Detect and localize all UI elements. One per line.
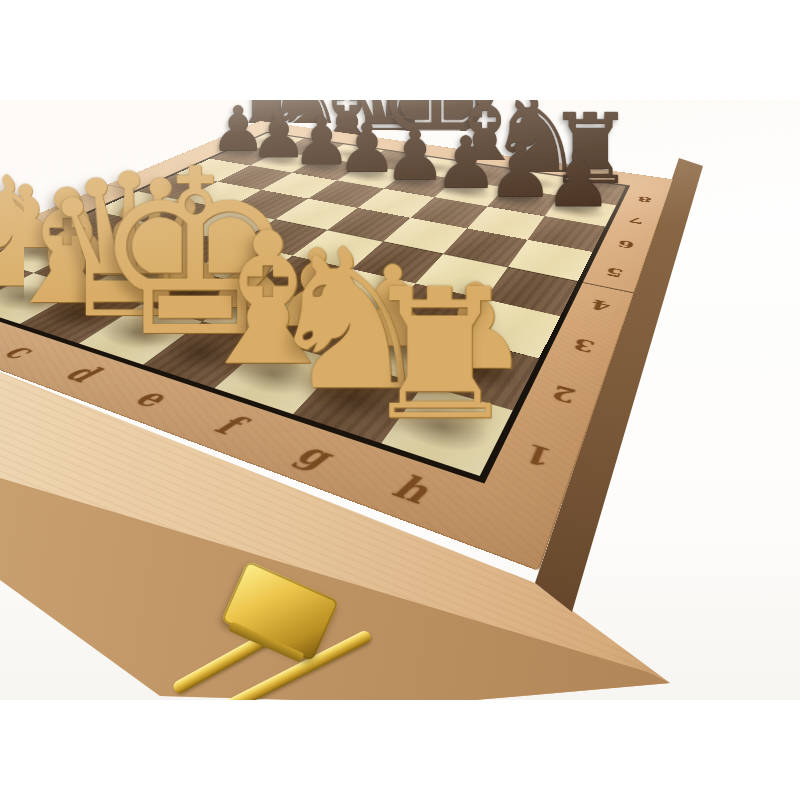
white-pawn: ♟ [0, 176, 65, 258]
rank-label-5: 5 [598, 263, 631, 282]
brass-handle-bar [171, 598, 333, 696]
brass-latch [221, 561, 339, 662]
rank-label-2: 2 [541, 377, 587, 410]
file-label-g: g [281, 433, 346, 478]
black-rook: ♜ [231, 100, 302, 145]
black-pawn: ♟ [210, 100, 265, 158]
file-label-f: f [196, 405, 260, 445]
file-label-h: h [378, 464, 444, 515]
square-g3 [383, 283, 485, 337]
rank-label-3: 3 [564, 331, 605, 358]
board-border-line: ♜♞♝♛♚♝♞♜♟♟♟♟♟♟♟♟♟♟♟♟♟♟♟♟♜♞♝♛♚♝♞♜ [0, 132, 630, 484]
piece-shadow [0, 237, 77, 268]
board-frame: ♜♞♝♛♚♝♞♜♟♟♟♟♟♟♟♟♟♟♟♟♟♟♟♟♜♞♝♛♚♝♞♜ abcdefg… [0, 121, 673, 571]
file-label-e: e [120, 380, 183, 416]
piece-shadow [0, 278, 70, 318]
file-label-c: c [0, 337, 50, 367]
chess-set-photo: ♜♞♝♛♚♝♞♜♟♟♟♟♟♟♟♟♟♟♟♟♟♟♟♟♜♞♝♛♚♝♞♜ abcdefg… [0, 100, 800, 700]
rank-label-7: 7 [622, 213, 650, 227]
rank-label-6: 6 [611, 236, 642, 252]
board-grid: ♜♞♝♛♚♝♞♜♟♟♟♟♟♟♟♟♟♟♟♟♟♟♟♟♜♞♝♛♚♝♞♜ [0, 133, 626, 476]
rank-label-1: 1 [512, 434, 565, 476]
rank-label-4: 4 [582, 294, 619, 316]
white-rook: ♜ [0, 167, 18, 289]
rank-label-8: 8 [632, 193, 658, 205]
chess-board: ♜♞♝♛♚♝♞♜♟♟♟♟♟♟♟♟♟♟♟♟♟♟♟♟♜♞♝♛♚♝♞♜ abcdefg… [0, 121, 673, 571]
brass-handle-bar [223, 629, 373, 700]
file-label-d: d [51, 357, 113, 390]
piece-shadow [293, 369, 411, 433]
